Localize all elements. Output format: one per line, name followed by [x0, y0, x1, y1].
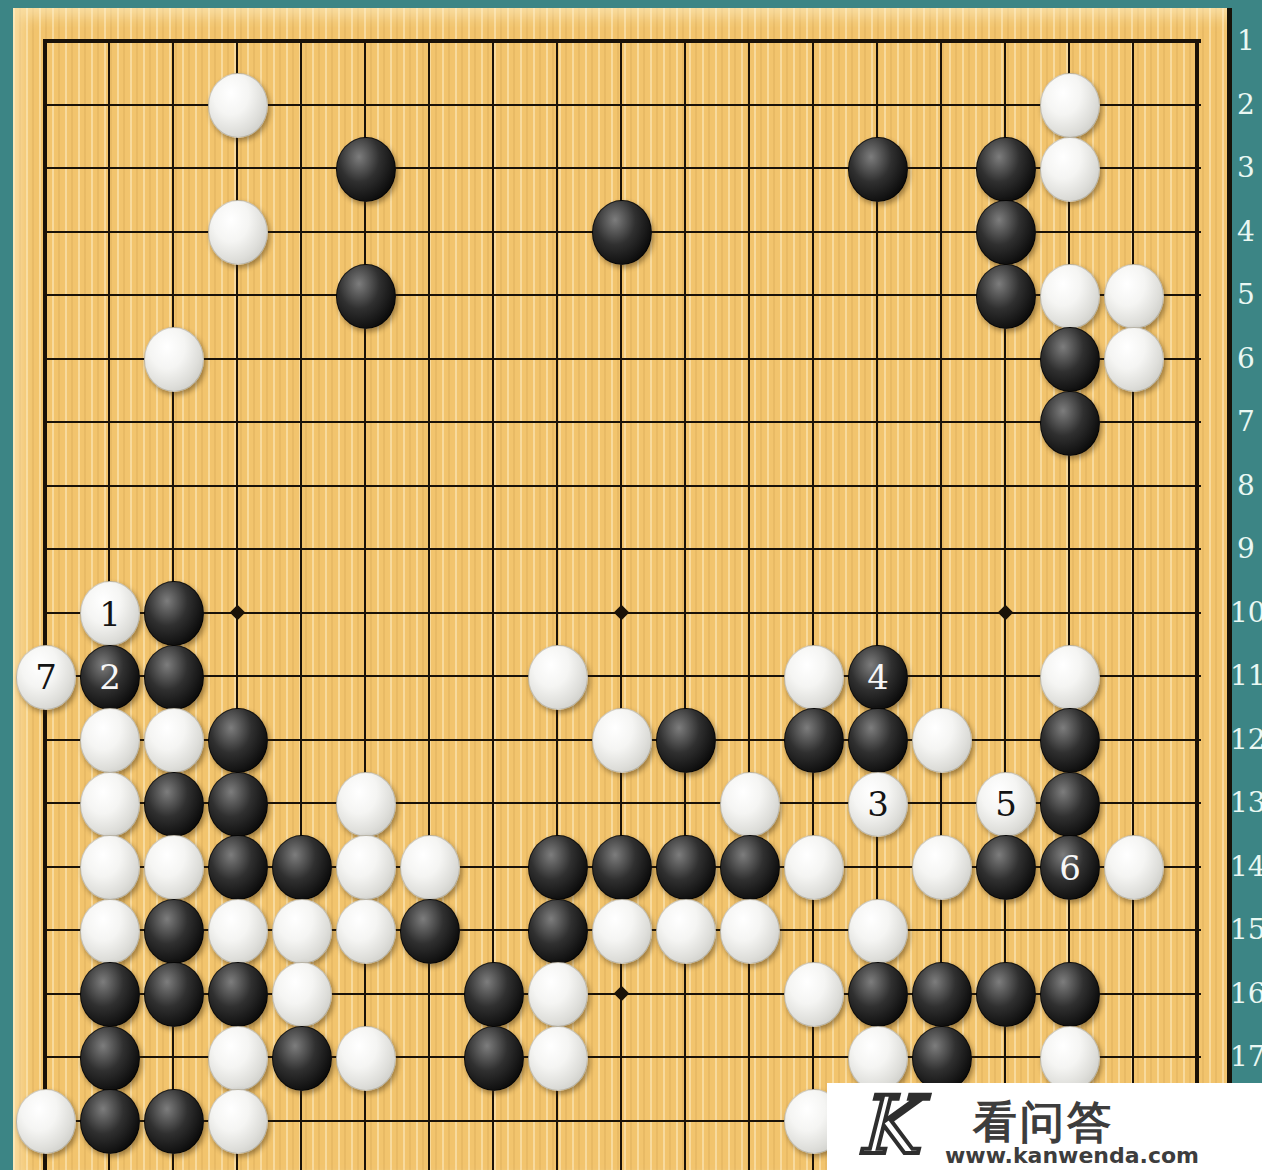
- stone-black[interactable]: [144, 645, 204, 710]
- grid-line: [43, 548, 1201, 550]
- stone-white[interactable]: [1104, 327, 1164, 392]
- stone-black[interactable]: [208, 962, 268, 1027]
- stone-white[interactable]: [80, 708, 140, 773]
- row-label-17: 17: [1230, 1040, 1262, 1073]
- stone-black[interactable]: [144, 581, 204, 646]
- stone-black[interactable]: [912, 1026, 972, 1091]
- stone-white[interactable]: [848, 1026, 908, 1091]
- stone-black[interactable]: [336, 137, 396, 202]
- stone-black[interactable]: [464, 1026, 524, 1091]
- watermark-url: www.kanwenda.com: [945, 1143, 1199, 1168]
- stone-white[interactable]: [912, 835, 972, 900]
- stone-white[interactable]: [272, 899, 332, 964]
- stone-white[interactable]: [208, 1026, 268, 1091]
- row-label-5: 5: [1230, 278, 1262, 311]
- stone-black[interactable]: [848, 962, 908, 1027]
- move-number: 4: [867, 660, 889, 694]
- stone-white[interactable]: [1040, 73, 1100, 138]
- stone-white[interactable]: [592, 899, 652, 964]
- row-label-16: 16: [1230, 977, 1262, 1010]
- stone-black[interactable]: [208, 835, 268, 900]
- row-label-12: 12: [1230, 723, 1262, 756]
- stone-black[interactable]: [144, 1089, 204, 1154]
- row-label-1: 1: [1230, 24, 1262, 57]
- row-label-11: 11: [1230, 659, 1262, 692]
- stone-white[interactable]: [784, 645, 844, 710]
- stone-black[interactable]: [976, 137, 1036, 202]
- move-number: 6: [1059, 851, 1081, 885]
- stone-black[interactable]: [1040, 962, 1100, 1027]
- stone-white[interactable]: [80, 835, 140, 900]
- row-label-10: 10: [1230, 596, 1262, 629]
- stone-white[interactable]: [720, 772, 780, 837]
- stone-black[interactable]: [144, 899, 204, 964]
- stone-white[interactable]: [784, 962, 844, 1027]
- stone-white[interactable]: [336, 772, 396, 837]
- grid-line: [43, 358, 1201, 360]
- top-border-strip: [0, 0, 1262, 8]
- stone-black[interactable]: [784, 708, 844, 773]
- grid-line: [684, 39, 686, 1170]
- stone-white[interactable]: [1040, 645, 1100, 710]
- stone-black[interactable]: [80, 1089, 140, 1154]
- stone-black[interactable]: [720, 835, 780, 900]
- stone-white[interactable]: [336, 1026, 396, 1091]
- row-label-6: 6: [1230, 342, 1262, 375]
- stone-black[interactable]: [144, 772, 204, 837]
- stone-black[interactable]: [144, 962, 204, 1027]
- move-number: 3: [867, 787, 889, 821]
- stone-black[interactable]: [1040, 708, 1100, 773]
- stone-white[interactable]: [208, 200, 268, 265]
- go-diagram-screen: 1724356 1234567891011121314151617 K 看问答 …: [0, 0, 1262, 1170]
- move-number: 5: [995, 787, 1017, 821]
- stone-white[interactable]: [528, 1026, 588, 1091]
- stone-white-move-7[interactable]: 7: [16, 645, 76, 710]
- stone-white[interactable]: [144, 708, 204, 773]
- stone-white[interactable]: [400, 835, 460, 900]
- stone-black[interactable]: [464, 962, 524, 1027]
- stone-white-move-1[interactable]: 1: [80, 581, 140, 646]
- stone-black[interactable]: [1040, 391, 1100, 456]
- grid-line: [364, 39, 366, 1170]
- stone-white[interactable]: [720, 899, 780, 964]
- stone-black[interactable]: [400, 899, 460, 964]
- left-border-strip: [0, 0, 13, 1170]
- stone-black[interactable]: [336, 264, 396, 329]
- stone-black[interactable]: [912, 962, 972, 1027]
- stone-white[interactable]: [144, 835, 204, 900]
- stone-black[interactable]: [528, 899, 588, 964]
- stone-black[interactable]: [656, 835, 716, 900]
- stone-white[interactable]: [144, 327, 204, 392]
- stone-black[interactable]: [976, 962, 1036, 1027]
- row-label-4: 4: [1230, 215, 1262, 248]
- stone-white[interactable]: [336, 899, 396, 964]
- stone-black[interactable]: [656, 708, 716, 773]
- row-label-3: 3: [1230, 151, 1262, 184]
- grid-line: [1195, 39, 1199, 1170]
- grid-line: [43, 485, 1201, 487]
- move-number: 7: [35, 660, 57, 694]
- stone-white[interactable]: [208, 899, 268, 964]
- grid-line: [428, 39, 430, 1170]
- grid-line: [43, 39, 1201, 43]
- svg-text:K: K: [857, 1087, 930, 1167]
- stone-white-move-3[interactable]: 3: [848, 772, 908, 837]
- grid-line: [43, 421, 1201, 423]
- stone-white-move-5[interactable]: 5: [976, 772, 1036, 837]
- row-label-15: 15: [1230, 913, 1262, 946]
- stone-white[interactable]: [656, 899, 716, 964]
- stone-black[interactable]: [208, 772, 268, 837]
- stone-white[interactable]: [1040, 137, 1100, 202]
- stone-black[interactable]: [976, 200, 1036, 265]
- stone-black[interactable]: [80, 962, 140, 1027]
- stone-white[interactable]: [528, 645, 588, 710]
- row-label-8: 8: [1230, 469, 1262, 502]
- row-label-14: 14: [1230, 850, 1262, 883]
- stone-white[interactable]: [848, 899, 908, 964]
- stone-black[interactable]: [1040, 327, 1100, 392]
- stone-white[interactable]: [1104, 835, 1164, 900]
- stone-white[interactable]: [208, 73, 268, 138]
- stone-black-move-4[interactable]: 4: [848, 645, 908, 710]
- stone-white[interactable]: [592, 708, 652, 773]
- stone-black-move-2[interactable]: 2: [80, 645, 140, 710]
- stone-white[interactable]: [784, 835, 844, 900]
- stone-white[interactable]: [912, 708, 972, 773]
- stone-black[interactable]: [208, 708, 268, 773]
- watermark-box: K 看问答 www.kanwenda.com: [827, 1083, 1262, 1170]
- stone-white[interactable]: [1040, 264, 1100, 329]
- stone-black[interactable]: [528, 835, 588, 900]
- stone-black[interactable]: [592, 200, 652, 265]
- stone-black[interactable]: [80, 1026, 140, 1091]
- stone-white[interactable]: [16, 1089, 76, 1154]
- move-number: 2: [99, 660, 121, 694]
- stone-white[interactable]: [208, 1089, 268, 1154]
- stone-white[interactable]: [1104, 264, 1164, 329]
- row-label-2: 2: [1230, 88, 1262, 121]
- stone-black[interactable]: [1040, 772, 1100, 837]
- stone-black[interactable]: [272, 1026, 332, 1091]
- stone-white[interactable]: [528, 962, 588, 1027]
- stone-black[interactable]: [272, 835, 332, 900]
- stone-black[interactable]: [592, 835, 652, 900]
- kanwenda-logo-icon: K: [855, 1087, 941, 1170]
- move-number: 1: [99, 597, 121, 631]
- stone-black[interactable]: [976, 835, 1036, 900]
- grid-line: [43, 39, 47, 1170]
- stone-black[interactable]: [848, 137, 908, 202]
- stone-white[interactable]: [80, 772, 140, 837]
- stone-white[interactable]: [1040, 1026, 1100, 1091]
- grid-line: [748, 39, 750, 1170]
- grid-line: [43, 675, 1201, 677]
- stone-black-move-6[interactable]: 6: [1040, 835, 1100, 900]
- stone-white[interactable]: [336, 835, 396, 900]
- stone-white[interactable]: [272, 962, 332, 1027]
- row-label-13: 13: [1230, 786, 1262, 819]
- grid-line: [1132, 39, 1134, 1170]
- stone-white[interactable]: [80, 899, 140, 964]
- row-label-7: 7: [1230, 405, 1262, 438]
- stone-black[interactable]: [976, 264, 1036, 329]
- row-label-9: 9: [1230, 532, 1262, 565]
- stone-black[interactable]: [848, 708, 908, 773]
